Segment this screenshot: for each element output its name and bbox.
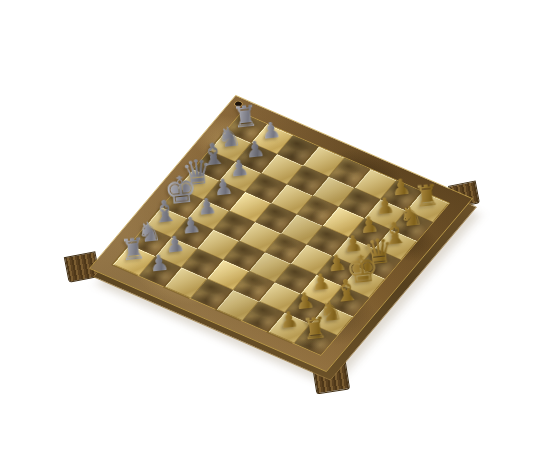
board-squares: ♜♟♟♜♞♟♟♞♝♟♟♝♛♟♟♛♚♟♟♚♝♟♟♝♞♟♟♞♜♟♟♜ <box>112 112 450 356</box>
chess-board: ♜♟♟♜♞♟♟♞♝♟♟♝♛♟♟♛♚♟♟♚♝♟♟♝♞♟♟♞♜♟♟♜ <box>89 95 473 372</box>
white-rook[interactable]: ♜ <box>119 234 148 266</box>
black-rook[interactable]: ♜ <box>300 313 329 345</box>
black-pawn[interactable]: ♟ <box>278 308 300 332</box>
white-pawn[interactable]: ♟ <box>148 252 170 276</box>
product-photo-scene: ♜♟♟♜♞♟♟♞♝♟♟♝♛♟♟♛♚♟♟♚♝♟♟♝♞♟♟♞♜♟♟♜ <box>0 0 550 450</box>
